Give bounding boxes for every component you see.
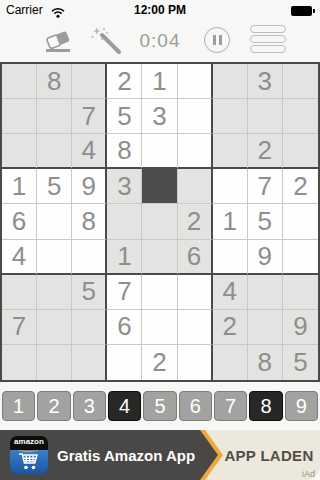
- cell-r6c2[interactable]: [37, 240, 72, 275]
- numpad-button-2[interactable]: 2: [37, 391, 70, 421]
- cell-r8c7[interactable]: 2: [213, 310, 248, 345]
- cell-r8c9[interactable]: 9: [283, 310, 318, 345]
- cell-r8c4[interactable]: 6: [107, 310, 142, 345]
- cell-r1c6[interactable]: [178, 64, 213, 99]
- cell-r5c9[interactable]: [283, 204, 318, 239]
- cell-r3c7[interactable]: [213, 134, 248, 169]
- cell-r2c3[interactable]: 7: [72, 99, 107, 134]
- cell-r6c8[interactable]: 9: [248, 240, 283, 275]
- cell-r9c1[interactable]: [2, 345, 37, 380]
- cell-r1c2[interactable]: 8: [37, 64, 72, 99]
- status-clock: 12:00 PM: [0, 3, 320, 17]
- cell-r2c5[interactable]: 3: [142, 99, 177, 134]
- amazon-app-icon[interactable]: amazon: [10, 436, 48, 474]
- amazon-logo-text: amazon: [10, 437, 48, 446]
- pause-icon: [213, 35, 216, 45]
- cell-r8c3[interactable]: [72, 310, 107, 345]
- cell-r4c8[interactable]: 7: [248, 169, 283, 204]
- cell-r9c7[interactable]: [213, 345, 248, 380]
- cell-r2c2[interactable]: [37, 99, 72, 134]
- cell-r4c9[interactable]: 2: [283, 169, 318, 204]
- cell-r4c6[interactable]: [178, 169, 213, 204]
- menu-icon: [250, 25, 286, 33]
- cart-icon: [18, 452, 40, 471]
- cell-r3c5[interactable]: [142, 134, 177, 169]
- cell-r3c4[interactable]: 8: [107, 134, 142, 169]
- cell-r6c3[interactable]: [72, 240, 107, 275]
- pause-button[interactable]: [204, 27, 230, 53]
- cell-r1c1[interactable]: [2, 64, 37, 99]
- cell-r8c2[interactable]: [37, 310, 72, 345]
- cell-r6c4[interactable]: 1: [107, 240, 142, 275]
- cell-r3c1[interactable]: [2, 134, 37, 169]
- cell-r4c3[interactable]: 9: [72, 169, 107, 204]
- cell-r9c2[interactable]: [37, 345, 72, 380]
- cell-r7c7[interactable]: 4: [213, 275, 248, 310]
- cell-r9c4[interactable]: [107, 345, 142, 380]
- cell-r5c1[interactable]: 6: [2, 204, 37, 239]
- numpad-button-4[interactable]: 4: [108, 391, 141, 421]
- sudoku-grid: 82137534821593726821541695747629285: [0, 62, 320, 382]
- cell-r5c4[interactable]: [107, 204, 142, 239]
- cell-r9c8[interactable]: 8: [248, 345, 283, 380]
- ad-headline: Gratis Amazon App: [57, 430, 195, 480]
- cell-r7c5[interactable]: [142, 275, 177, 310]
- cell-r3c9[interactable]: [283, 134, 318, 169]
- cell-r7c6[interactable]: [178, 275, 213, 310]
- cell-r2c7[interactable]: [213, 99, 248, 134]
- numpad-button-7[interactable]: 7: [214, 391, 247, 421]
- cell-r1c7[interactable]: [213, 64, 248, 99]
- cell-r6c1[interactable]: 4: [2, 240, 37, 275]
- cell-r1c9[interactable]: [283, 64, 318, 99]
- app-screen: Carrier 12:00 PM: [0, 0, 320, 480]
- iad-label: iAd: [302, 469, 315, 479]
- cell-r9c6[interactable]: [178, 345, 213, 380]
- ad-banner[interactable]: amazon Gratis Amazon App APP LADEN iAd: [0, 430, 320, 480]
- cell-r4c4[interactable]: 3: [107, 169, 142, 204]
- cell-r3c8[interactable]: 2: [248, 134, 283, 169]
- cell-r9c5[interactable]: 2: [142, 345, 177, 380]
- status-bar: Carrier 12:00 PM: [0, 0, 320, 20]
- cell-r7c9[interactable]: [283, 275, 318, 310]
- cell-r6c5[interactable]: [142, 240, 177, 275]
- cell-r9c9[interactable]: 5: [283, 345, 318, 380]
- cell-r5c2[interactable]: [37, 204, 72, 239]
- cell-r2c9[interactable]: [283, 99, 318, 134]
- cell-r4c2[interactable]: 5: [37, 169, 72, 204]
- cell-r7c4[interactable]: 7: [107, 275, 142, 310]
- cell-r2c6[interactable]: [178, 99, 213, 134]
- cell-r2c1[interactable]: [2, 99, 37, 134]
- cell-r9c3[interactable]: [72, 345, 107, 380]
- numpad-button-6[interactable]: 6: [179, 391, 212, 421]
- cell-r4c7[interactable]: [213, 169, 248, 204]
- cell-r3c2[interactable]: [37, 134, 72, 169]
- cell-r7c2[interactable]: [37, 275, 72, 310]
- cell-r3c3[interactable]: 4: [72, 134, 107, 169]
- battery-icon: [291, 6, 312, 16]
- numpad-button-8[interactable]: 8: [249, 391, 282, 421]
- number-pad: 123456789: [2, 391, 318, 421]
- cell-r6c7[interactable]: [213, 240, 248, 275]
- cell-r1c4[interactable]: 2: [107, 64, 142, 99]
- cell-r4c1[interactable]: 1: [2, 169, 37, 204]
- numpad-button-9[interactable]: 9: [285, 391, 318, 421]
- cell-r2c8[interactable]: [248, 99, 283, 134]
- cell-r8c6[interactable]: [178, 310, 213, 345]
- cell-r7c3[interactable]: 5: [72, 275, 107, 310]
- menu-button[interactable]: [250, 25, 286, 55]
- cell-r5c6[interactable]: 2: [178, 204, 213, 239]
- cell-r8c5[interactable]: [142, 310, 177, 345]
- cell-r6c9[interactable]: [283, 240, 318, 275]
- cell-r7c8[interactable]: [248, 275, 283, 310]
- cell-r5c8[interactable]: 5: [248, 204, 283, 239]
- cell-r8c8[interactable]: [248, 310, 283, 345]
- cell-r8c1[interactable]: 7: [2, 310, 37, 345]
- cell-r2c4[interactable]: 5: [107, 99, 142, 134]
- cell-r5c5[interactable]: [142, 204, 177, 239]
- numpad-button-3[interactable]: 3: [73, 391, 106, 421]
- cell-r5c7[interactable]: 1: [213, 204, 248, 239]
- cell-r1c3[interactable]: [72, 64, 107, 99]
- cell-r1c8[interactable]: 3: [248, 64, 283, 99]
- numpad-button-5[interactable]: 5: [143, 391, 176, 421]
- cell-r4c5[interactable]: [142, 169, 177, 204]
- cell-r5c3[interactable]: 8: [72, 204, 107, 239]
- cell-r7c1[interactable]: [2, 275, 37, 310]
- cell-r1c5[interactable]: 1: [142, 64, 177, 99]
- numpad-button-1[interactable]: 1: [2, 391, 35, 421]
- cell-r3c6[interactable]: [178, 134, 213, 169]
- cell-r6c6[interactable]: 6: [178, 240, 213, 275]
- toolbar: 0:04: [0, 20, 320, 62]
